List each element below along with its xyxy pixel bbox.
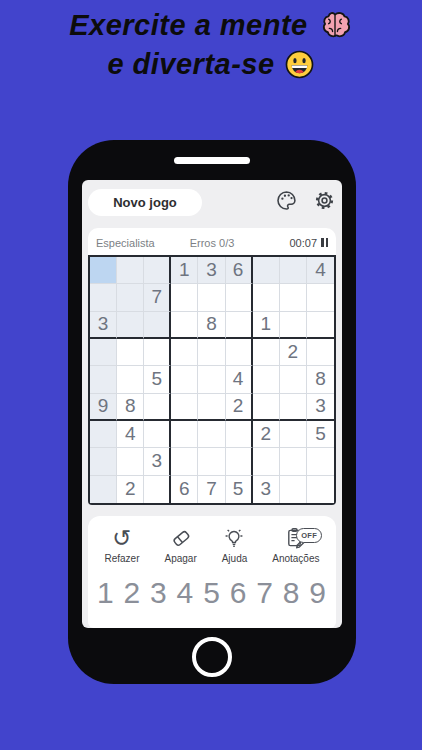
phone-speaker: [174, 157, 250, 164]
numpad-digit-6[interactable]: 6: [230, 578, 247, 608]
erase-label: Apagar: [164, 553, 196, 564]
cell-r8c8[interactable]: [280, 448, 307, 475]
cell-r1c8[interactable]: [280, 257, 307, 284]
notes-off-badge: OFF: [296, 528, 322, 543]
cell-r7c5[interactable]: [198, 421, 225, 448]
cell-r5c9[interactable]: 8: [307, 366, 334, 393]
cell-r1c9[interactable]: 4: [307, 257, 334, 284]
cell-r1c5[interactable]: 3: [198, 257, 225, 284]
cell-r6c6[interactable]: 2: [226, 394, 253, 421]
cell-r6c4[interactable]: [171, 394, 198, 421]
cell-r1c6[interactable]: 6: [226, 257, 253, 284]
undo-button[interactable]: ↺ Refazer: [104, 526, 139, 564]
cell-r2c6[interactable]: [226, 284, 253, 311]
cell-r4c5[interactable]: [198, 339, 225, 366]
cell-r3c2[interactable]: [117, 312, 144, 339]
numpad-digit-7[interactable]: 7: [256, 578, 273, 608]
cell-r9c1[interactable]: [90, 476, 117, 503]
cell-r1c2[interactable]: [117, 257, 144, 284]
cell-r7c2[interactable]: 4: [117, 421, 144, 448]
hint-button[interactable]: Ajuda: [222, 526, 248, 564]
board-card: Especialista Erros 0/3 00:07 13647381254…: [88, 228, 336, 505]
banner-line-1: Exercite a mente: [0, 6, 422, 45]
cell-r8c3[interactable]: 3: [144, 448, 171, 475]
cell-r3c6[interactable]: [226, 312, 253, 339]
cell-r7c3[interactable]: [144, 421, 171, 448]
numpad-digit-8[interactable]: 8: [283, 578, 300, 608]
cell-r4c4[interactable]: [171, 339, 198, 366]
cell-r5c4[interactable]: [171, 366, 198, 393]
number-pad: 123456789: [88, 564, 336, 628]
cell-r2c8[interactable]: [280, 284, 307, 311]
cell-r4c3[interactable]: [144, 339, 171, 366]
theme-button[interactable]: [274, 190, 298, 214]
cell-r3c1[interactable]: 3: [90, 312, 117, 339]
cell-r4c9[interactable]: [307, 339, 334, 366]
gear-icon: [314, 190, 335, 214]
settings-button[interactable]: [312, 190, 336, 214]
cell-r6c1[interactable]: 9: [90, 394, 117, 421]
cell-r3c7[interactable]: 1: [253, 312, 280, 339]
lightbulb-icon: [222, 526, 246, 550]
cell-r4c8[interactable]: 2: [280, 339, 307, 366]
status-row: Especialista Erros 0/3 00:07: [88, 228, 336, 255]
undo-icon: ↺: [112, 526, 131, 550]
cell-r9c5[interactable]: 7: [198, 476, 225, 503]
cell-r4c7[interactable]: [253, 339, 280, 366]
banner-text-1: Exercite a mente: [69, 6, 308, 45]
pause-icon[interactable]: [321, 238, 328, 247]
cell-r5c1[interactable]: [90, 366, 117, 393]
cell-r8c5[interactable]: [198, 448, 225, 475]
numpad-digit-2[interactable]: 2: [124, 578, 141, 608]
cell-r2c4[interactable]: [171, 284, 198, 311]
cell-r1c7[interactable]: [253, 257, 280, 284]
toolbar: ↺ Refazer Apagar: [88, 516, 336, 564]
cell-r6c7[interactable]: [253, 394, 280, 421]
cell-r3c9[interactable]: [307, 312, 334, 339]
cell-r2c3[interactable]: 7: [144, 284, 171, 311]
banner-line-2: e diverta-se: [0, 45, 422, 84]
cell-r2c7[interactable]: [253, 284, 280, 311]
cell-r6c5[interactable]: [198, 394, 225, 421]
home-button[interactable]: [192, 637, 232, 677]
cell-r5c2[interactable]: [117, 366, 144, 393]
cell-r5c8[interactable]: [280, 366, 307, 393]
palette-icon: [276, 190, 297, 214]
notes-button[interactable]: OFF Anotações: [272, 526, 319, 564]
top-bar: Novo jogo: [88, 188, 336, 216]
cell-r6c9[interactable]: 3: [307, 394, 334, 421]
sudoku-board: 1364738125489823425326753: [88, 255, 336, 505]
cell-r6c2[interactable]: 8: [117, 394, 144, 421]
cell-r9c9[interactable]: [307, 476, 334, 503]
cell-r5c7[interactable]: [253, 366, 280, 393]
hint-label: Ajuda: [222, 553, 248, 564]
cell-r8c4[interactable]: [171, 448, 198, 475]
cell-r2c5[interactable]: [198, 284, 225, 311]
cell-r9c2[interactable]: 2: [117, 476, 144, 503]
difficulty-label: Especialista: [96, 237, 190, 249]
cell-r8c1[interactable]: [90, 448, 117, 475]
cell-r7c7[interactable]: 2: [253, 421, 280, 448]
eraser-icon: [169, 526, 193, 550]
cell-r9c8[interactable]: [280, 476, 307, 503]
cell-r1c4[interactable]: 1: [171, 257, 198, 284]
cell-r9c4[interactable]: 6: [171, 476, 198, 503]
cell-r1c1[interactable]: [90, 257, 117, 284]
errors-label: Erros 0/3: [190, 237, 235, 249]
cell-r4c1[interactable]: [90, 339, 117, 366]
cell-r5c5[interactable]: [198, 366, 225, 393]
cell-r7c9[interactable]: 5: [307, 421, 334, 448]
grinning-face-emoji: [284, 49, 315, 80]
cell-r6c3[interactable]: [144, 394, 171, 421]
cell-r5c6[interactable]: 4: [226, 366, 253, 393]
numpad-digit-4[interactable]: 4: [177, 578, 194, 608]
banner-text-2: e diverta-se: [107, 45, 274, 84]
cell-r8c6[interactable]: [226, 448, 253, 475]
cell-r4c6[interactable]: [226, 339, 253, 366]
timer-label: 00:07: [289, 237, 317, 249]
numpad-digit-9[interactable]: 9: [309, 578, 326, 608]
cell-r7c6[interactable]: [226, 421, 253, 448]
notes-label: Anotações: [272, 553, 319, 564]
numpad-digit-3[interactable]: 3: [150, 578, 167, 608]
controls-card: ↺ Refazer Apagar: [88, 516, 336, 628]
cell-r3c8[interactable]: [280, 312, 307, 339]
cell-r4c2[interactable]: [117, 339, 144, 366]
cell-r9c6[interactable]: 5: [226, 476, 253, 503]
app-screen: Novo jogo: [82, 180, 342, 628]
cell-r6c8[interactable]: [280, 394, 307, 421]
new-game-button[interactable]: Novo jogo: [88, 189, 202, 216]
cell-r9c7[interactable]: 3: [253, 476, 280, 503]
cell-r3c5[interactable]: 8: [198, 312, 225, 339]
cell-r7c4[interactable]: [171, 421, 198, 448]
cell-r3c4[interactable]: [171, 312, 198, 339]
cell-r9c3[interactable]: [144, 476, 171, 503]
cell-r8c9[interactable]: [307, 448, 334, 475]
banner-title: Exercite a mente e diverta-se: [0, 6, 422, 84]
undo-label: Refazer: [104, 553, 139, 564]
cell-r2c2[interactable]: [117, 284, 144, 311]
cell-r8c7[interactable]: [253, 448, 280, 475]
cell-r2c9[interactable]: [307, 284, 334, 311]
brain-emoji: [317, 10, 353, 42]
phone-mockup: Novo jogo: [68, 140, 356, 684]
cell-r7c8[interactable]: [280, 421, 307, 448]
numpad-digit-5[interactable]: 5: [203, 578, 220, 608]
cell-r5c3[interactable]: 5: [144, 366, 171, 393]
cell-r8c2[interactable]: [117, 448, 144, 475]
cell-r2c1[interactable]: [90, 284, 117, 311]
cell-r1c3[interactable]: [144, 257, 171, 284]
cell-r7c1[interactable]: [90, 421, 117, 448]
promo-banner: Exercite a mente e diverta-se: [0, 0, 422, 750]
erase-button[interactable]: Apagar: [164, 526, 196, 564]
numpad-digit-1[interactable]: 1: [97, 578, 114, 608]
cell-r3c3[interactable]: [144, 312, 171, 339]
